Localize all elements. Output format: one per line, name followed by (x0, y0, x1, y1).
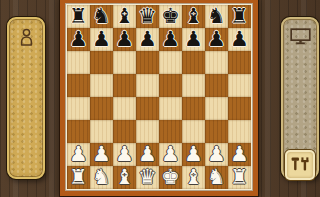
piece-black-rook: ♜ (69, 6, 88, 27)
square-g1[interactable]: ♞ (205, 166, 228, 189)
square-e8[interactable]: ♚ (159, 5, 182, 28)
square-g5[interactable] (205, 74, 228, 97)
square-h4[interactable] (228, 97, 251, 120)
square-d2[interactable]: ♟ (136, 143, 159, 166)
piece-white-pawn: ♟ (161, 144, 180, 165)
piece-black-pawn: ♟ (230, 29, 249, 50)
square-b8[interactable]: ♞ (90, 5, 113, 28)
square-h8[interactable]: ♜ (228, 5, 251, 28)
square-e4[interactable] (159, 97, 182, 120)
piece-white-pawn: ♟ (184, 144, 203, 165)
square-a7[interactable]: ♟ (67, 28, 90, 51)
square-f6[interactable] (182, 51, 205, 74)
square-h2[interactable]: ♟ (228, 143, 251, 166)
square-f5[interactable] (182, 74, 205, 97)
square-c1[interactable]: ♝ (113, 166, 136, 189)
square-f3[interactable] (182, 120, 205, 143)
player-icon (19, 28, 34, 51)
piece-black-pawn: ♟ (115, 29, 134, 50)
piece-white-bishop: ♝ (115, 167, 134, 188)
computer-icon (290, 28, 311, 49)
piece-black-pawn: ♟ (184, 29, 203, 50)
square-a3[interactable] (67, 120, 90, 143)
square-g3[interactable] (205, 120, 228, 143)
square-e7[interactable]: ♟ (159, 28, 182, 51)
square-b4[interactable] (90, 97, 113, 120)
square-d3[interactable] (136, 120, 159, 143)
piece-black-knight: ♞ (207, 6, 226, 27)
square-c7[interactable]: ♟ (113, 28, 136, 51)
piece-black-pawn: ♟ (207, 29, 226, 50)
square-e2[interactable]: ♟ (159, 143, 182, 166)
piece-black-knight: ♞ (92, 6, 111, 27)
square-a2[interactable]: ♟ (67, 143, 90, 166)
square-b7[interactable]: ♟ (90, 28, 113, 51)
square-d4[interactable] (136, 97, 159, 120)
square-e1[interactable]: ♚ (159, 166, 182, 189)
square-c2[interactable]: ♟ (113, 143, 136, 166)
square-h3[interactable] (228, 120, 251, 143)
square-b2[interactable]: ♟ (90, 143, 113, 166)
square-c3[interactable] (113, 120, 136, 143)
square-c5[interactable] (113, 74, 136, 97)
piece-white-bishop: ♝ (184, 167, 203, 188)
piece-white-knight: ♞ (92, 167, 111, 188)
square-d5[interactable] (136, 74, 159, 97)
square-g4[interactable] (205, 97, 228, 120)
piece-white-king: ♚ (161, 167, 180, 188)
square-e6[interactable] (159, 51, 182, 74)
player-panel-left (7, 17, 45, 179)
piece-white-pawn: ♟ (207, 144, 226, 165)
square-f2[interactable]: ♟ (182, 143, 205, 166)
piece-black-pawn: ♟ (69, 29, 88, 50)
square-a5[interactable] (67, 74, 90, 97)
square-h6[interactable] (228, 51, 251, 74)
piece-black-rook: ♜ (230, 6, 249, 27)
piece-black-pawn: ♟ (161, 29, 180, 50)
piece-white-rook: ♜ (230, 167, 249, 188)
square-b6[interactable] (90, 51, 113, 74)
square-e5[interactable] (159, 74, 182, 97)
piece-black-bishop: ♝ (115, 6, 134, 27)
square-a6[interactable] (67, 51, 90, 74)
chess-board-frame: ♜♞♝♛♚♝♞♜♟♟♟♟♟♟♟♟♟♟♟♟♟♟♟♟♜♞♝♛♚♝♞♜ (60, 0, 258, 196)
square-c4[interactable] (113, 97, 136, 120)
square-f4[interactable] (182, 97, 205, 120)
square-h7[interactable]: ♟ (228, 28, 251, 51)
square-g2[interactable]: ♟ (205, 143, 228, 166)
square-c6[interactable] (113, 51, 136, 74)
square-b3[interactable] (90, 120, 113, 143)
piece-white-rook: ♜ (69, 167, 88, 188)
square-g8[interactable]: ♞ (205, 5, 228, 28)
square-h1[interactable]: ♜ (228, 166, 251, 189)
piece-white-pawn: ♟ (92, 144, 111, 165)
piece-black-queen: ♛ (138, 6, 157, 27)
piece-white-pawn: ♟ (115, 144, 134, 165)
piece-black-pawn: ♟ (138, 29, 157, 50)
square-f7[interactable]: ♟ (182, 28, 205, 51)
tools-icon (291, 157, 309, 174)
square-e3[interactable] (159, 120, 182, 143)
square-f8[interactable]: ♝ (182, 5, 205, 28)
piece-white-queen: ♛ (138, 167, 157, 188)
piece-white-pawn: ♟ (138, 144, 157, 165)
piece-white-pawn: ♟ (69, 144, 88, 165)
square-a8[interactable]: ♜ (67, 5, 90, 28)
piece-black-bishop: ♝ (184, 6, 203, 27)
square-d7[interactable]: ♟ (136, 28, 159, 51)
settings-button[interactable] (285, 150, 315, 180)
square-f1[interactable]: ♝ (182, 166, 205, 189)
piece-black-king: ♚ (161, 6, 180, 27)
square-g7[interactable]: ♟ (205, 28, 228, 51)
square-g6[interactable] (205, 51, 228, 74)
piece-white-pawn: ♟ (230, 144, 249, 165)
piece-white-knight: ♞ (207, 167, 226, 188)
square-c8[interactable]: ♝ (113, 5, 136, 28)
square-h5[interactable] (228, 74, 251, 97)
square-a1[interactable]: ♜ (67, 166, 90, 189)
piece-black-pawn: ♟ (92, 29, 111, 50)
chess-board: ♜♞♝♛♚♝♞♜♟♟♟♟♟♟♟♟♟♟♟♟♟♟♟♟♜♞♝♛♚♝♞♜ (67, 5, 251, 189)
square-a4[interactable] (67, 97, 90, 120)
square-b1[interactable]: ♞ (90, 166, 113, 189)
game-background: ♜♞♝♛♚♝♞♜♟♟♟♟♟♟♟♟♟♟♟♟♟♟♟♟♜♞♝♛♚♝♞♜ (0, 0, 320, 197)
square-d1[interactable]: ♛ (136, 166, 159, 189)
square-d8[interactable]: ♛ (136, 5, 159, 28)
square-d6[interactable] (136, 51, 159, 74)
square-b5[interactable] (90, 74, 113, 97)
